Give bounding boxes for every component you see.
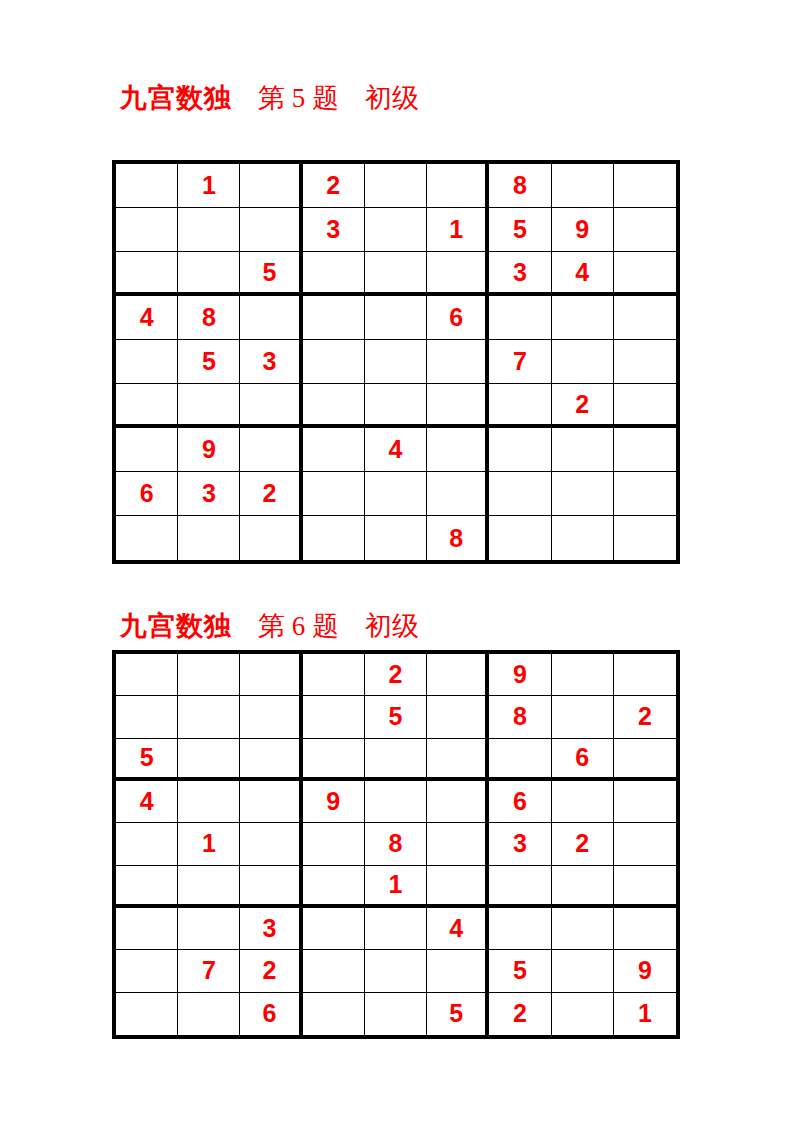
sudoku-cell-r1c3 [240,654,302,696]
sudoku-cell-r1c3 [240,164,302,208]
sudoku-cell-r2c4 [303,696,365,738]
sudoku-cell-r4c1: 4 [116,781,178,823]
sudoku-cell-r8c1: 6 [116,472,178,516]
sudoku-cell-r7c9 [614,908,676,950]
sudoku-cell-r5c6 [427,340,489,384]
sudoku-cell-r5c6 [427,823,489,865]
sudoku-cell-r4c7: 6 [489,781,551,823]
sudoku-cell-r4c9 [614,781,676,823]
sudoku-cell-r7c5 [365,908,427,950]
sudoku-cell-r2c7: 5 [489,208,551,252]
sudoku-cell-r3c7 [489,739,551,781]
sudoku-cell-r9c2 [178,993,240,1035]
sudoku-cell-r5c3 [240,823,302,865]
sudoku-cell-r7c7 [489,908,551,950]
sudoku-cell-r8c2: 7 [178,950,240,992]
sudoku-cell-r2c4: 3 [303,208,365,252]
sudoku-cell-r3c3: 5 [240,252,302,296]
sudoku-cell-r6c9 [614,384,676,428]
sudoku-cell-r3c6 [427,252,489,296]
sudoku-cell-r3c9 [614,252,676,296]
sudoku-cell-r6c2 [178,384,240,428]
sudoku-cell-r6c9 [614,866,676,908]
sudoku-cell-r9c4 [303,993,365,1035]
sudoku-cell-r4c7 [489,296,551,340]
sudoku-cell-r4c4: 9 [303,781,365,823]
sudoku-cell-r6c2 [178,866,240,908]
puzzle-1-title: 九宫数独第 5 题初级 [120,84,419,112]
sudoku-cell-r8c5 [365,950,427,992]
sudoku-cell-r3c6 [427,739,489,781]
sudoku-cell-r8c4 [303,472,365,516]
sudoku-cell-r4c9 [614,296,676,340]
sudoku-cell-r1c6 [427,654,489,696]
sudoku-cell-r1c7: 9 [489,654,551,696]
sudoku-cell-r8c6 [427,950,489,992]
sudoku-cell-r7c4 [303,908,365,950]
sudoku-cell-r9c7 [489,516,551,560]
sudoku-cell-r9c6: 8 [427,516,489,560]
sudoku-cell-r4c5 [365,781,427,823]
sudoku-cell-r8c2: 3 [178,472,240,516]
sudoku-cell-r9c8 [552,993,614,1035]
puzzle-1-title-level: 初级 [365,83,419,113]
sudoku-cell-r8c7: 5 [489,950,551,992]
sudoku-cell-r1c7: 8 [489,164,551,208]
sudoku-cell-r6c8 [552,866,614,908]
sudoku-cell-r6c3 [240,384,302,428]
sudoku-cell-r3c4 [303,252,365,296]
sudoku-cell-r4c1: 4 [116,296,178,340]
sudoku-cell-r8c9 [614,472,676,516]
sudoku-cell-r4c8 [552,296,614,340]
sudoku-cell-r1c5: 2 [365,654,427,696]
sudoku-cell-r4c3 [240,781,302,823]
sudoku-cell-r8c3: 2 [240,472,302,516]
sudoku-cell-r4c6: 6 [427,296,489,340]
sudoku-cell-r5c4 [303,823,365,865]
sudoku-cell-r4c6 [427,781,489,823]
sudoku-cell-r8c6 [427,472,489,516]
sudoku-cell-r3c7: 3 [489,252,551,296]
sudoku-cell-r6c1 [116,384,178,428]
sudoku-cell-r2c8 [552,696,614,738]
sudoku-cell-r3c4 [303,739,365,781]
sudoku-cell-r7c1 [116,908,178,950]
puzzle-2-title-level: 初级 [365,611,419,641]
sudoku-cell-r3c5 [365,252,427,296]
sudoku-cell-r5c9 [614,823,676,865]
sudoku-cell-r3c8: 6 [552,739,614,781]
sudoku-cell-r8c8 [552,950,614,992]
sudoku-cell-r2c8: 9 [552,208,614,252]
sudoku-cell-r2c2 [178,208,240,252]
sudoku-cell-r9c7: 2 [489,993,551,1035]
sudoku-cell-r1c5 [365,164,427,208]
sudoku-cell-r1c4: 2 [303,164,365,208]
sudoku-cell-r5c2: 5 [178,340,240,384]
puzzle-1-title-problem: 第 5 题 [258,83,339,113]
sudoku-cell-r3c1: 5 [116,739,178,781]
sudoku-cell-r8c8 [552,472,614,516]
sudoku-cell-r6c6 [427,384,489,428]
sudoku-cell-r4c4 [303,296,365,340]
sudoku-cell-r7c6 [427,428,489,472]
sudoku-cell-r2c5 [365,208,427,252]
sudoku-cell-r2c1 [116,208,178,252]
sudoku-cell-r5c8: 2 [552,823,614,865]
sudoku-cell-r4c5 [365,296,427,340]
sudoku-cell-r9c5 [365,993,427,1035]
sudoku-cell-r2c6 [427,696,489,738]
sudoku-cell-r3c5 [365,739,427,781]
sudoku-cell-r7c8 [552,428,614,472]
sudoku-cell-r4c2 [178,781,240,823]
sudoku-cell-r2c1 [116,696,178,738]
sudoku-cell-r8c5 [365,472,427,516]
sudoku-cell-r4c2: 8 [178,296,240,340]
sudoku-cell-r5c2: 1 [178,823,240,865]
sudoku-cell-r4c3 [240,296,302,340]
sudoku-cell-r8c3: 2 [240,950,302,992]
sudoku-cell-r5c7: 7 [489,340,551,384]
sudoku-cell-r7c9 [614,428,676,472]
sudoku-board-2: 2958256496183213472596521 [112,650,680,1039]
sudoku-cell-r2c6: 1 [427,208,489,252]
sudoku-cell-r5c7: 3 [489,823,551,865]
sudoku-board-1: 12831595344865372946328 [112,160,680,564]
sudoku-cell-r3c2 [178,739,240,781]
sudoku-cell-r7c2 [178,908,240,950]
sudoku-cell-r1c9 [614,164,676,208]
sudoku-cell-r7c8 [552,908,614,950]
puzzle-1-title-name: 九宫数独 [120,82,232,113]
sudoku-cell-r2c3 [240,208,302,252]
sudoku-cell-r1c2 [178,654,240,696]
puzzle-2-title-problem: 第 6 题 [258,611,339,641]
sudoku-cell-r9c4 [303,516,365,560]
sudoku-cell-r9c9: 1 [614,993,676,1035]
sudoku-cell-r7c6: 4 [427,908,489,950]
sudoku-cell-r6c8: 2 [552,384,614,428]
sudoku-cell-r5c8 [552,340,614,384]
sudoku-cell-r1c4 [303,654,365,696]
sudoku-cell-r2c9: 2 [614,696,676,738]
sudoku-cell-r6c4 [303,866,365,908]
sudoku-cell-r1c2: 1 [178,164,240,208]
sudoku-cell-r5c9 [614,340,676,384]
sudoku-cell-r9c6: 5 [427,993,489,1035]
sudoku-cell-r5c4 [303,340,365,384]
sudoku-cell-r3c9 [614,739,676,781]
sudoku-cell-r8c7 [489,472,551,516]
sudoku-cell-r2c5: 5 [365,696,427,738]
puzzle-2-title: 九宫数独第 6 题初级 [120,612,419,640]
sudoku-cell-r2c2 [178,696,240,738]
sudoku-cell-r3c8: 4 [552,252,614,296]
sudoku-cell-r5c1 [116,823,178,865]
sudoku-cell-r9c3: 6 [240,993,302,1035]
sudoku-cell-r1c9 [614,654,676,696]
sudoku-cell-r6c1 [116,866,178,908]
sudoku-cell-r7c7 [489,428,551,472]
sudoku-cell-r7c2: 9 [178,428,240,472]
sudoku-cell-r2c9 [614,208,676,252]
sudoku-cell-r7c4 [303,428,365,472]
sudoku-cell-r6c3 [240,866,302,908]
sudoku-cell-r6c5: 1 [365,866,427,908]
sudoku-cell-r2c3 [240,696,302,738]
puzzle-2-title-name: 九宫数独 [120,610,232,641]
sudoku-cell-r9c1 [116,993,178,1035]
sudoku-cell-r9c5 [365,516,427,560]
sudoku-cell-r5c1 [116,340,178,384]
sudoku-cell-r6c6 [427,866,489,908]
sudoku-cell-r2c7: 8 [489,696,551,738]
sudoku-cell-r1c8 [552,654,614,696]
sudoku-cell-r5c5: 8 [365,823,427,865]
sudoku-cell-r3c3 [240,739,302,781]
sudoku-cell-r5c5 [365,340,427,384]
sudoku-cell-r8c4 [303,950,365,992]
sudoku-cell-r6c7 [489,384,551,428]
sudoku-cell-r6c4 [303,384,365,428]
sudoku-cell-r1c8 [552,164,614,208]
sudoku-cell-r3c2 [178,252,240,296]
sudoku-cell-r8c9: 9 [614,950,676,992]
sudoku-cell-r4c8 [552,781,614,823]
sudoku-cell-r9c9 [614,516,676,560]
sudoku-cell-r6c7 [489,866,551,908]
sudoku-cell-r9c8 [552,516,614,560]
sudoku-cell-r7c5: 4 [365,428,427,472]
sudoku-cell-r9c1 [116,516,178,560]
sudoku-cell-r9c3 [240,516,302,560]
sudoku-cell-r7c3: 3 [240,908,302,950]
sudoku-cell-r1c1 [116,164,178,208]
sudoku-cell-r6c5 [365,384,427,428]
sudoku-cell-r1c1 [116,654,178,696]
sudoku-cell-r7c1 [116,428,178,472]
sudoku-cell-r3c1 [116,252,178,296]
sudoku-cell-r8c1 [116,950,178,992]
sudoku-cell-r1c6 [427,164,489,208]
sudoku-cell-r7c3 [240,428,302,472]
sudoku-cell-r9c2 [178,516,240,560]
sudoku-cell-r5c3: 3 [240,340,302,384]
